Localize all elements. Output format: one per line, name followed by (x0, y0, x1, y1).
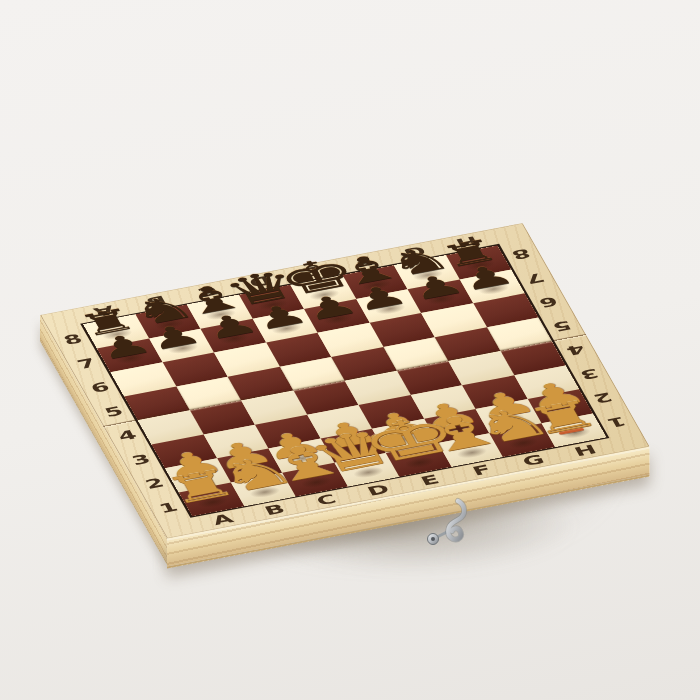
file-label-near-g: G (520, 453, 547, 468)
file-label-near-b: B (262, 502, 287, 517)
rank-label-right-5: 5 (550, 319, 574, 334)
rank-label-right-4: 4 (564, 343, 588, 358)
file-label-near-e: E (418, 473, 441, 488)
clasp-hook-icon (424, 492, 476, 556)
rank-label-right-6: 6 (537, 295, 561, 310)
file-label-near-d: D (365, 482, 392, 497)
metal-clasp (424, 492, 476, 556)
rank-label-left-5: 5 (102, 404, 126, 419)
file-label-near-a: A (210, 512, 236, 527)
rank-label-left-6: 6 (88, 380, 112, 395)
product-photo-scene: 1122334455667788AABBCCDDEEFFGGHH ♜♞♝♛♚♝♞… (0, 0, 700, 700)
rank-label-left-4: 4 (116, 428, 140, 443)
file-label-near-c: C (314, 492, 339, 507)
file-label-near-f: F (470, 463, 493, 478)
file-label-near-h: H (572, 443, 599, 458)
